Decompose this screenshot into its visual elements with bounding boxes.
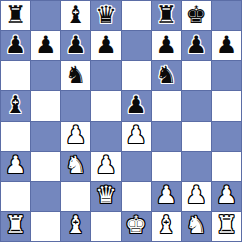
square-g4[interactable] [182,122,211,151]
piece-black-pawn: ♟ [5,33,27,57]
square-e8[interactable] [122,1,151,30]
square-h4[interactable] [212,122,241,151]
square-b5[interactable] [31,91,60,120]
square-e5[interactable]: ♟ [122,91,151,120]
piece-white-pawn: ♟ [5,153,27,177]
square-b8[interactable] [31,1,60,30]
piece-black-pawn: ♟ [95,33,117,57]
square-g2[interactable]: ♟ [182,182,211,211]
square-g7[interactable]: ♟ [182,31,211,60]
square-e4[interactable]: ♟ [122,122,151,151]
square-f4[interactable] [152,122,181,151]
square-a6[interactable] [1,61,30,90]
square-c5[interactable] [61,91,90,120]
piece-white-king: ♚ [125,213,147,237]
square-h7[interactable]: ♟ [212,31,241,60]
square-g3[interactable] [182,152,211,181]
square-g1[interactable]: ♞ [182,212,211,241]
piece-white-pawn: ♟ [186,183,208,207]
square-f3[interactable] [152,152,181,181]
piece-black-king: ♚ [186,3,208,27]
square-d2[interactable]: ♛ [91,182,120,211]
piece-black-pawn: ♟ [125,93,147,117]
square-f5[interactable] [152,91,181,120]
square-e2[interactable] [122,182,151,211]
square-f2[interactable]: ♟ [152,182,181,211]
square-d3[interactable]: ♟ [91,152,120,181]
piece-black-knight: ♞ [65,63,87,87]
square-a4[interactable] [1,122,30,151]
square-e6[interactable] [122,61,151,90]
square-d5[interactable] [91,91,120,120]
square-a5[interactable]: ♝ [1,91,30,120]
board-wrap: ♜♝♛♜♚♟♟♟♟♟♟♟♞♞♝♟♟♟♟♞♟♛♟♟♟♜♝♚♝♞♜ [0,0,242,242]
piece-white-bishop: ♝ [65,213,87,237]
square-a2[interactable] [1,182,30,211]
piece-white-pawn: ♟ [65,123,87,147]
piece-black-rook: ♜ [155,3,177,27]
piece-black-pawn: ♟ [186,33,208,57]
square-c3[interactable]: ♞ [61,152,90,181]
square-f1[interactable]: ♝ [152,212,181,241]
square-a8[interactable]: ♜ [1,1,30,30]
piece-black-rook: ♜ [5,3,27,27]
square-d1[interactable] [91,212,120,241]
square-f7[interactable]: ♟ [152,31,181,60]
square-d4[interactable] [91,122,120,151]
square-a1[interactable]: ♜ [1,212,30,241]
piece-white-pawn: ♟ [216,183,238,207]
piece-white-knight: ♞ [65,153,87,177]
square-b6[interactable] [31,61,60,90]
square-a7[interactable]: ♟ [1,31,30,60]
piece-black-pawn: ♟ [155,33,177,57]
piece-black-bishop: ♝ [65,3,87,27]
piece-black-pawn: ♟ [65,33,87,57]
square-b4[interactable] [31,122,60,151]
square-e3[interactable] [122,152,151,181]
square-e1[interactable]: ♚ [122,212,151,241]
square-d7[interactable]: ♟ [91,31,120,60]
square-h6[interactable] [212,61,241,90]
square-c6[interactable]: ♞ [61,61,90,90]
square-e7[interactable] [122,31,151,60]
square-d6[interactable] [91,61,120,90]
piece-black-knight: ♞ [155,63,177,87]
piece-white-rook: ♜ [5,213,27,237]
piece-black-queen: ♛ [95,3,117,27]
square-h1[interactable]: ♜ [212,212,241,241]
square-g5[interactable] [182,91,211,120]
piece-white-pawn: ♟ [125,123,147,147]
piece-white-queen: ♛ [95,183,117,207]
square-h5[interactable] [212,91,241,120]
piece-black-bishop: ♝ [5,93,27,117]
square-d8[interactable]: ♛ [91,1,120,30]
piece-black-pawn: ♟ [216,33,238,57]
piece-white-bishop: ♝ [155,213,177,237]
square-c4[interactable]: ♟ [61,122,90,151]
square-g6[interactable] [182,61,211,90]
square-h2[interactable]: ♟ [212,182,241,211]
square-b3[interactable] [31,152,60,181]
square-b1[interactable] [31,212,60,241]
square-h3[interactable] [212,152,241,181]
piece-black-pawn: ♟ [35,33,57,57]
square-c8[interactable]: ♝ [61,1,90,30]
square-f8[interactable]: ♜ [152,1,181,30]
square-a3[interactable]: ♟ [1,152,30,181]
piece-white-pawn: ♟ [95,153,117,177]
square-c2[interactable] [61,182,90,211]
chess-board: ♜♝♛♜♚♟♟♟♟♟♟♟♞♞♝♟♟♟♟♞♟♛♟♟♟♜♝♚♝♞♜ [0,0,242,242]
piece-white-pawn: ♟ [155,183,177,207]
square-b7[interactable]: ♟ [31,31,60,60]
square-f6[interactable]: ♞ [152,61,181,90]
square-h8[interactable] [212,1,241,30]
piece-white-rook: ♜ [216,213,238,237]
square-c1[interactable]: ♝ [61,212,90,241]
square-b2[interactable] [31,182,60,211]
piece-white-knight: ♞ [186,213,208,237]
square-c7[interactable]: ♟ [61,31,90,60]
square-g8[interactable]: ♚ [182,1,211,30]
